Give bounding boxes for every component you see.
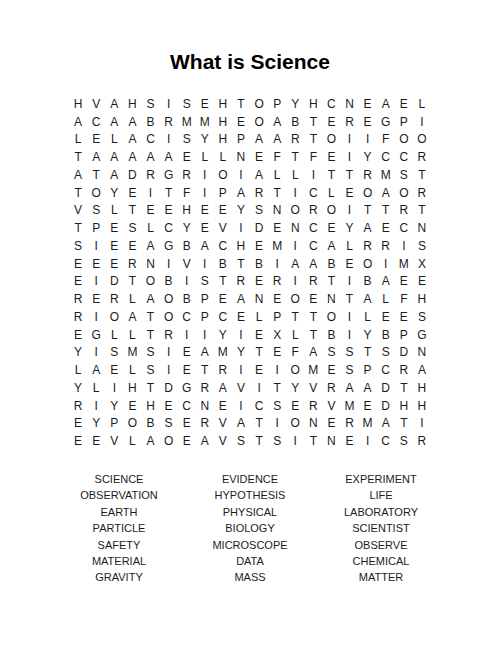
grid-cell-r18c11[interactable]: C — [250, 397, 268, 415]
grid-cell-r9c9[interactable]: C — [214, 237, 232, 255]
grid-cell-r14c3[interactable]: L — [105, 326, 123, 344]
grid-cell-r15c10[interactable]: Y — [232, 344, 250, 362]
grid-cell-r14c15[interactable]: B — [322, 326, 340, 344]
grid-cell-r18c15[interactable]: V — [322, 397, 340, 415]
grid-cell-r5c20[interactable]: T — [413, 166, 431, 184]
grid-cell-r2c5[interactable]: B — [141, 113, 159, 131]
grid-cell-r6c5[interactable]: I — [141, 184, 159, 202]
grid-cell-r6c1[interactable]: T — [69, 184, 87, 202]
grid-cell-r11c10[interactable]: R — [232, 273, 250, 291]
grid-cell-r7c15[interactable]: O — [322, 202, 340, 220]
grid-cell-r3c15[interactable]: O — [322, 131, 340, 149]
grid-cell-r13c20[interactable]: S — [413, 308, 431, 326]
grid-cell-r12c9[interactable]: E — [214, 290, 232, 308]
grid-cell-r17c7[interactable]: G — [178, 379, 196, 397]
grid-cell-r9c2[interactable]: I — [87, 237, 105, 255]
grid-cell-r15c4[interactable]: M — [123, 344, 141, 362]
grid-cell-r8c17[interactable]: A — [359, 219, 377, 237]
grid-cell-r16c2[interactable]: A — [87, 361, 105, 379]
grid-cell-r16c20[interactable]: A — [413, 361, 431, 379]
grid-cell-r9c6[interactable]: G — [160, 237, 178, 255]
grid-cell-r16c3[interactable]: E — [105, 361, 123, 379]
grid-cell-r5c6[interactable]: G — [160, 166, 178, 184]
grid-cell-r5c8[interactable]: I — [196, 166, 214, 184]
grid-cell-r2c6[interactable]: R — [160, 113, 178, 131]
grid-cell-r7c13[interactable]: O — [286, 202, 304, 220]
grid-cell-r9c19[interactable]: I — [395, 237, 413, 255]
grid-cell-r19c13[interactable]: O — [286, 415, 304, 433]
grid-cell-r16c13[interactable]: O — [286, 361, 304, 379]
grid-cell-r5c18[interactable]: M — [377, 166, 395, 184]
grid-cell-r14c10[interactable]: I — [232, 326, 250, 344]
grid-cell-r6c17[interactable]: O — [359, 184, 377, 202]
grid-cell-r10c12[interactable]: I — [268, 255, 286, 273]
grid-cell-r12c3[interactable]: R — [105, 290, 123, 308]
grid-cell-r6c6[interactable]: T — [160, 184, 178, 202]
grid-cell-r11c13[interactable]: I — [286, 273, 304, 291]
grid-cell-r15c20[interactable]: N — [413, 344, 431, 362]
grid-cell-r15c6[interactable]: I — [160, 344, 178, 362]
grid-cell-r3c6[interactable]: I — [160, 131, 178, 149]
grid-cell-r8c18[interactable]: E — [377, 219, 395, 237]
grid-cell-r8c7[interactable]: Y — [178, 219, 196, 237]
grid-cell-r18c1[interactable]: R — [69, 397, 87, 415]
grid-cell-r5c14[interactable]: I — [304, 166, 322, 184]
grid-cell-r7c3[interactable]: L — [105, 202, 123, 220]
grid-cell-r17c19[interactable]: T — [395, 379, 413, 397]
grid-cell-r19c20[interactable]: I — [413, 415, 431, 433]
grid-cell-r1c10[interactable]: T — [232, 95, 250, 113]
grid-cell-r13c8[interactable]: P — [196, 308, 214, 326]
grid-cell-r13c5[interactable]: T — [141, 308, 159, 326]
grid-cell-r6c4[interactable]: E — [123, 184, 141, 202]
grid-cell-r2c9[interactable]: H — [214, 113, 232, 131]
grid-cell-r6c2[interactable]: O — [87, 184, 105, 202]
grid-cell-r3c5[interactable]: C — [141, 131, 159, 149]
grid-cell-r10c15[interactable]: B — [322, 255, 340, 273]
grid-cell-r1c7[interactable]: S — [178, 95, 196, 113]
grid-cell-r9c5[interactable]: A — [141, 237, 159, 255]
grid-cell-r14c6[interactable]: R — [160, 326, 178, 344]
grid-cell-r13c19[interactable]: E — [395, 308, 413, 326]
grid-cell-r8c2[interactable]: P — [87, 219, 105, 237]
grid-cell-r12c13[interactable]: O — [286, 290, 304, 308]
grid-cell-r2c12[interactable]: A — [268, 113, 286, 131]
grid-cell-r20c17[interactable]: I — [359, 432, 377, 450]
grid-cell-r3c10[interactable]: P — [232, 131, 250, 149]
grid-cell-r3c1[interactable]: L — [69, 131, 87, 149]
grid-cell-r7c8[interactable]: E — [196, 202, 214, 220]
grid-cell-r13c18[interactable]: E — [377, 308, 395, 326]
grid-cell-r9c18[interactable]: R — [377, 237, 395, 255]
grid-cell-r12c17[interactable]: A — [359, 290, 377, 308]
grid-cell-r4c10[interactable]: N — [232, 148, 250, 166]
grid-cell-r11c9[interactable]: T — [214, 273, 232, 291]
grid-cell-r10c17[interactable]: O — [359, 255, 377, 273]
grid-cell-r6c3[interactable]: Y — [105, 184, 123, 202]
grid-cell-r1c8[interactable]: E — [196, 95, 214, 113]
grid-cell-r15c7[interactable]: E — [178, 344, 196, 362]
grid-cell-r16c1[interactable]: L — [69, 361, 87, 379]
grid-cell-r9c14[interactable]: C — [304, 237, 322, 255]
grid-cell-r16c16[interactable]: S — [340, 361, 358, 379]
grid-cell-r1c2[interactable]: V — [87, 95, 105, 113]
grid-cell-r13c11[interactable]: L — [250, 308, 268, 326]
grid-cell-r20c4[interactable]: L — [123, 432, 141, 450]
grid-cell-r1c19[interactable]: E — [395, 95, 413, 113]
grid-cell-r14c8[interactable]: I — [196, 326, 214, 344]
grid-cell-r11c16[interactable]: I — [340, 273, 358, 291]
grid-cell-r9c8[interactable]: A — [196, 237, 214, 255]
grid-cell-r7c6[interactable]: E — [160, 202, 178, 220]
grid-cell-r16c10[interactable]: I — [232, 361, 250, 379]
grid-cell-r15c15[interactable]: S — [322, 344, 340, 362]
grid-cell-r10c13[interactable]: A — [286, 255, 304, 273]
grid-cell-r15c11[interactable]: T — [250, 344, 268, 362]
grid-cell-r8c5[interactable]: L — [141, 219, 159, 237]
grid-cell-r13c4[interactable]: A — [123, 308, 141, 326]
grid-cell-r10c4[interactable]: R — [123, 255, 141, 273]
grid-cell-r18c5[interactable]: H — [141, 397, 159, 415]
grid-cell-r16c6[interactable]: I — [160, 361, 178, 379]
grid-cell-r10c5[interactable]: N — [141, 255, 159, 273]
grid-cell-r18c20[interactable]: H — [413, 397, 431, 415]
grid-cell-r11c18[interactable]: A — [377, 273, 395, 291]
grid-cell-r16c18[interactable]: C — [377, 361, 395, 379]
grid-cell-r14c20[interactable]: G — [413, 326, 431, 344]
grid-cell-r17c5[interactable]: T — [141, 379, 159, 397]
grid-cell-r17c8[interactable]: R — [196, 379, 214, 397]
grid-cell-r12c12[interactable]: E — [268, 290, 286, 308]
grid-cell-r9c12[interactable]: M — [268, 237, 286, 255]
grid-cell-r2c11[interactable]: O — [250, 113, 268, 131]
grid-cell-r5c10[interactable]: I — [232, 166, 250, 184]
grid-cell-r19c12[interactable]: I — [268, 415, 286, 433]
grid-cell-r8c10[interactable]: I — [232, 219, 250, 237]
grid-cell-r14c11[interactable]: E — [250, 326, 268, 344]
grid-cell-r20c10[interactable]: S — [232, 432, 250, 450]
grid-cell-r8c16[interactable]: Y — [340, 219, 358, 237]
grid-cell-r17c15[interactable]: R — [322, 379, 340, 397]
grid-cell-r4c14[interactable]: F — [304, 148, 322, 166]
grid-cell-r19c15[interactable]: E — [322, 415, 340, 433]
grid-cell-r7c16[interactable]: I — [340, 202, 358, 220]
grid-cell-r9c7[interactable]: B — [178, 237, 196, 255]
grid-cell-r1c15[interactable]: C — [322, 95, 340, 113]
grid-cell-r8c20[interactable]: N — [413, 219, 431, 237]
grid-cell-r7c14[interactable]: R — [304, 202, 322, 220]
grid-cell-r9c3[interactable]: E — [105, 237, 123, 255]
grid-cell-r10c2[interactable]: E — [87, 255, 105, 273]
grid-cell-r12c15[interactable]: N — [322, 290, 340, 308]
grid-cell-r3c11[interactable]: A — [250, 131, 268, 149]
grid-cell-r19c8[interactable]: R — [196, 415, 214, 433]
grid-cell-r18c10[interactable]: I — [232, 397, 250, 415]
grid-cell-r7c18[interactable]: T — [377, 202, 395, 220]
grid-cell-r2c16[interactable]: R — [340, 113, 358, 131]
grid-cell-r13c10[interactable]: E — [232, 308, 250, 326]
grid-cell-r6c18[interactable]: A — [377, 184, 395, 202]
grid-cell-r5c9[interactable]: O — [214, 166, 232, 184]
grid-cell-r11c1[interactable]: E — [69, 273, 87, 291]
grid-cell-r7c5[interactable]: E — [141, 202, 159, 220]
grid-cell-r16c11[interactable]: E — [250, 361, 268, 379]
grid-cell-r7c9[interactable]: E — [214, 202, 232, 220]
grid-cell-r20c7[interactable]: E — [178, 432, 196, 450]
grid-cell-r11c8[interactable]: S — [196, 273, 214, 291]
grid-cell-r17c1[interactable]: Y — [69, 379, 87, 397]
grid-cell-r5c4[interactable]: D — [123, 166, 141, 184]
grid-cell-r8c9[interactable]: V — [214, 219, 232, 237]
grid-cell-r16c9[interactable]: R — [214, 361, 232, 379]
grid-cell-r11c2[interactable]: I — [87, 273, 105, 291]
grid-cell-r9c15[interactable]: A — [322, 237, 340, 255]
grid-cell-r8c12[interactable]: E — [268, 219, 286, 237]
grid-cell-r13c13[interactable]: T — [286, 308, 304, 326]
grid-cell-r2c10[interactable]: E — [232, 113, 250, 131]
grid-cell-r19c14[interactable]: N — [304, 415, 322, 433]
grid-cell-r14c16[interactable]: I — [340, 326, 358, 344]
grid-cell-r1c1[interactable]: H — [69, 95, 87, 113]
grid-cell-r4c1[interactable]: T — [69, 148, 87, 166]
grid-cell-r16c17[interactable]: P — [359, 361, 377, 379]
grid-cell-r13c1[interactable]: R — [69, 308, 87, 326]
grid-cell-r17c17[interactable]: A — [359, 379, 377, 397]
grid-cell-r3c16[interactable]: I — [340, 131, 358, 149]
grid-cell-r17c14[interactable]: V — [304, 379, 322, 397]
grid-cell-r12c20[interactable]: H — [413, 290, 431, 308]
grid-cell-r4c6[interactable]: A — [160, 148, 178, 166]
grid-cell-r9c10[interactable]: H — [232, 237, 250, 255]
grid-cell-r16c19[interactable]: R — [395, 361, 413, 379]
grid-cell-r15c2[interactable]: I — [87, 344, 105, 362]
grid-cell-r12c7[interactable]: B — [178, 290, 196, 308]
grid-cell-r18c2[interactable]: I — [87, 397, 105, 415]
grid-cell-r15c16[interactable]: S — [340, 344, 358, 362]
grid-cell-r12c5[interactable]: A — [141, 290, 159, 308]
grid-cell-r3c17[interactable]: I — [359, 131, 377, 149]
grid-cell-r2c4[interactable]: A — [123, 113, 141, 131]
grid-cell-r12c1[interactable]: R — [69, 290, 87, 308]
grid-cell-r20c6[interactable]: O — [160, 432, 178, 450]
grid-cell-r8c14[interactable]: C — [304, 219, 322, 237]
grid-cell-r3c8[interactable]: Y — [196, 131, 214, 149]
grid-cell-r18c17[interactable]: E — [359, 397, 377, 415]
grid-cell-r14c13[interactable]: L — [286, 326, 304, 344]
grid-cell-r6c13[interactable]: I — [286, 184, 304, 202]
grid-cell-r5c3[interactable]: A — [105, 166, 123, 184]
grid-cell-r17c6[interactable]: D — [160, 379, 178, 397]
grid-cell-r15c5[interactable]: S — [141, 344, 159, 362]
grid-cell-r15c3[interactable]: S — [105, 344, 123, 362]
grid-cell-r10c16[interactable]: E — [340, 255, 358, 273]
grid-cell-r12c16[interactable]: T — [340, 290, 358, 308]
grid-cell-r5c5[interactable]: R — [141, 166, 159, 184]
grid-cell-r15c1[interactable]: Y — [69, 344, 87, 362]
grid-cell-r11c5[interactable]: O — [141, 273, 159, 291]
grid-cell-r20c8[interactable]: A — [196, 432, 214, 450]
grid-cell-r17c9[interactable]: A — [214, 379, 232, 397]
grid-cell-r15c14[interactable]: A — [304, 344, 322, 362]
grid-cell-r19c1[interactable]: E — [69, 415, 87, 433]
grid-cell-r6c15[interactable]: L — [322, 184, 340, 202]
grid-cell-r12c6[interactable]: O — [160, 290, 178, 308]
grid-cell-r5c7[interactable]: R — [178, 166, 196, 184]
grid-cell-r18c19[interactable]: H — [395, 397, 413, 415]
grid-cell-r16c7[interactable]: E — [178, 361, 196, 379]
grid-cell-r4c3[interactable]: A — [105, 148, 123, 166]
grid-cell-r3c4[interactable]: A — [123, 131, 141, 149]
grid-cell-r18c4[interactable]: E — [123, 397, 141, 415]
grid-cell-r20c14[interactable]: T — [304, 432, 322, 450]
grid-cell-r15c17[interactable]: T — [359, 344, 377, 362]
grid-cell-r1c17[interactable]: E — [359, 95, 377, 113]
grid-cell-r12c8[interactable]: P — [196, 290, 214, 308]
grid-cell-r15c8[interactable]: A — [196, 344, 214, 362]
grid-cell-r4c19[interactable]: C — [395, 148, 413, 166]
grid-cell-r2c7[interactable]: M — [178, 113, 196, 131]
grid-cell-r8c6[interactable]: C — [160, 219, 178, 237]
grid-cell-r19c10[interactable]: A — [232, 415, 250, 433]
grid-cell-r4c8[interactable]: L — [196, 148, 214, 166]
grid-cell-r10c3[interactable]: E — [105, 255, 123, 273]
grid-cell-r19c4[interactable]: O — [123, 415, 141, 433]
grid-cell-r8c13[interactable]: N — [286, 219, 304, 237]
grid-cell-r13c12[interactable]: P — [268, 308, 286, 326]
grid-cell-r5c1[interactable]: A — [69, 166, 87, 184]
grid-cell-r10c9[interactable]: B — [214, 255, 232, 273]
grid-cell-r13c15[interactable]: O — [322, 308, 340, 326]
grid-cell-r10c11[interactable]: B — [250, 255, 268, 273]
grid-cell-r5c15[interactable]: T — [322, 166, 340, 184]
grid-cell-r3c12[interactable]: A — [268, 131, 286, 149]
grid-cell-r12c10[interactable]: A — [232, 290, 250, 308]
grid-cell-r11c17[interactable]: B — [359, 273, 377, 291]
grid-cell-r18c8[interactable]: N — [196, 397, 214, 415]
grid-cell-r20c16[interactable]: E — [340, 432, 358, 450]
grid-cell-r9c1[interactable]: S — [69, 237, 87, 255]
grid-cell-r18c6[interactable]: E — [160, 397, 178, 415]
grid-cell-r3c7[interactable]: S — [178, 131, 196, 149]
grid-cell-r17c3[interactable]: I — [105, 379, 123, 397]
grid-cell-r12c14[interactable]: E — [304, 290, 322, 308]
grid-cell-r1c11[interactable]: O — [250, 95, 268, 113]
grid-cell-r19c9[interactable]: V — [214, 415, 232, 433]
grid-cell-r16c15[interactable]: E — [322, 361, 340, 379]
grid-cell-r15c18[interactable]: S — [377, 344, 395, 362]
grid-cell-r6c20[interactable]: R — [413, 184, 431, 202]
grid-cell-r20c1[interactable]: E — [69, 432, 87, 450]
grid-cell-r19c3[interactable]: P — [105, 415, 123, 433]
grid-cell-r14c2[interactable]: G — [87, 326, 105, 344]
grid-cell-r1c12[interactable]: P — [268, 95, 286, 113]
grid-cell-r1c6[interactable]: I — [160, 95, 178, 113]
grid-cell-r1c14[interactable]: H — [304, 95, 322, 113]
grid-cell-r4c5[interactable]: A — [141, 148, 159, 166]
grid-cell-r4c15[interactable]: E — [322, 148, 340, 166]
grid-cell-r10c19[interactable]: M — [395, 255, 413, 273]
grid-cell-r18c3[interactable]: Y — [105, 397, 123, 415]
grid-cell-r1c3[interactable]: A — [105, 95, 123, 113]
grid-cell-r18c16[interactable]: M — [340, 397, 358, 415]
grid-cell-r20c15[interactable]: N — [322, 432, 340, 450]
grid-cell-r4c12[interactable]: F — [268, 148, 286, 166]
grid-cell-r17c18[interactable]: D — [377, 379, 395, 397]
grid-cell-r20c5[interactable]: A — [141, 432, 159, 450]
grid-cell-r11c4[interactable]: T — [123, 273, 141, 291]
grid-cell-r2c1[interactable]: A — [69, 113, 87, 131]
grid-cell-r6c19[interactable]: O — [395, 184, 413, 202]
grid-cell-r10c8[interactable]: I — [196, 255, 214, 273]
grid-cell-r14c12[interactable]: X — [268, 326, 286, 344]
grid-cell-r11c3[interactable]: D — [105, 273, 123, 291]
grid-cell-r17c11[interactable]: I — [250, 379, 268, 397]
grid-cell-r6c7[interactable]: F — [178, 184, 196, 202]
grid-cell-r20c20[interactable]: R — [413, 432, 431, 450]
grid-cell-r19c18[interactable]: A — [377, 415, 395, 433]
grid-cell-r13c17[interactable]: L — [359, 308, 377, 326]
grid-cell-r19c17[interactable]: M — [359, 415, 377, 433]
grid-cell-r13c6[interactable]: O — [160, 308, 178, 326]
grid-cell-r12c2[interactable]: E — [87, 290, 105, 308]
grid-cell-r1c4[interactable]: H — [123, 95, 141, 113]
grid-cell-r2c19[interactable]: P — [395, 113, 413, 131]
grid-cell-r1c16[interactable]: N — [340, 95, 358, 113]
grid-cell-r3c19[interactable]: O — [395, 131, 413, 149]
grid-cell-r9c20[interactable]: S — [413, 237, 431, 255]
grid-cell-r18c18[interactable]: D — [377, 397, 395, 415]
grid-cell-r4c9[interactable]: L — [214, 148, 232, 166]
grid-cell-r11c6[interactable]: B — [160, 273, 178, 291]
grid-cell-r3c2[interactable]: E — [87, 131, 105, 149]
grid-cell-r18c7[interactable]: C — [178, 397, 196, 415]
grid-cell-r4c13[interactable]: T — [286, 148, 304, 166]
grid-cell-r14c5[interactable]: T — [141, 326, 159, 344]
grid-cell-r9c11[interactable]: E — [250, 237, 268, 255]
grid-cell-r6c16[interactable]: E — [340, 184, 358, 202]
grid-cell-r11c20[interactable]: E — [413, 273, 431, 291]
grid-cell-r18c12[interactable]: S — [268, 397, 286, 415]
grid-cell-r20c12[interactable]: S — [268, 432, 286, 450]
grid-cell-r14c7[interactable]: I — [178, 326, 196, 344]
grid-cell-r17c16[interactable]: A — [340, 379, 358, 397]
grid-cell-r5c17[interactable]: R — [359, 166, 377, 184]
grid-cell-r7c11[interactable]: S — [250, 202, 268, 220]
grid-cell-r15c12[interactable]: E — [268, 344, 286, 362]
grid-cell-r19c19[interactable]: T — [395, 415, 413, 433]
grid-cell-r5c11[interactable]: A — [250, 166, 268, 184]
grid-cell-r12c19[interactable]: F — [395, 290, 413, 308]
grid-cell-r3c18[interactable]: F — [377, 131, 395, 149]
grid-cell-r8c4[interactable]: S — [123, 219, 141, 237]
grid-cell-r7c17[interactable]: T — [359, 202, 377, 220]
grid-cell-r16c14[interactable]: M — [304, 361, 322, 379]
grid-cell-r7c1[interactable]: V — [69, 202, 87, 220]
grid-cell-r8c3[interactable]: E — [105, 219, 123, 237]
grid-cell-r6c8[interactable]: I — [196, 184, 214, 202]
grid-cell-r14c4[interactable]: L — [123, 326, 141, 344]
grid-cell-r1c20[interactable]: L — [413, 95, 431, 113]
grid-cell-r15c19[interactable]: D — [395, 344, 413, 362]
grid-cell-r5c13[interactable]: L — [286, 166, 304, 184]
grid-cell-r3c9[interactable]: H — [214, 131, 232, 149]
grid-cell-r20c9[interactable]: V — [214, 432, 232, 450]
grid-cell-r2c18[interactable]: G — [377, 113, 395, 131]
grid-cell-r10c10[interactable]: T — [232, 255, 250, 273]
grid-cell-r6c14[interactable]: C — [304, 184, 322, 202]
grid-cell-r3c14[interactable]: T — [304, 131, 322, 149]
grid-cell-r19c16[interactable]: R — [340, 415, 358, 433]
